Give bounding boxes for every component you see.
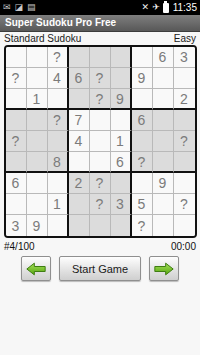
- cell-r2c5[interactable]: ?: [90, 68, 111, 89]
- cell-r5c8[interactable]: [153, 131, 174, 152]
- cell-r6c6[interactable]: 6: [111, 152, 132, 173]
- cell-r3c9[interactable]: 2: [174, 89, 195, 110]
- cell-r7c5[interactable]: ?: [90, 173, 111, 194]
- cell-r2c1[interactable]: ?: [6, 68, 27, 89]
- cell-r4c5[interactable]: [90, 110, 111, 131]
- cell-r5c6[interactable]: 1: [111, 131, 132, 152]
- gallery-icon: ▤: [27, 0, 36, 15]
- cell-r7c3[interactable]: [48, 173, 69, 194]
- airplane-mode-icon: ✈: [152, 0, 160, 15]
- cell-r5c3[interactable]: [48, 131, 69, 152]
- cell-r9c3[interactable]: [48, 215, 69, 236]
- cell-r5c2[interactable]: [27, 131, 48, 152]
- cell-r9c9[interactable]: [174, 215, 195, 236]
- cell-r2c7[interactable]: 9: [132, 68, 153, 89]
- cell-r5c5[interactable]: [90, 131, 111, 152]
- cell-r9c1[interactable]: 3: [6, 215, 27, 236]
- cell-r2c4[interactable]: 6: [69, 68, 90, 89]
- cell-r6c2[interactable]: [27, 152, 48, 173]
- cell-r3c2[interactable]: 1: [27, 89, 48, 110]
- cell-r5c4[interactable]: 4: [69, 131, 90, 152]
- cell-r1c4[interactable]: [69, 47, 90, 68]
- cell-r9c4[interactable]: [69, 215, 90, 236]
- cell-r3c5[interactable]: ?: [90, 89, 111, 110]
- cell-r5c9[interactable]: ?: [174, 131, 195, 152]
- next-puzzle-button[interactable]: [149, 256, 179, 281]
- cell-r4c4[interactable]: 7: [69, 110, 90, 131]
- screenshot-icon: ◪: [15, 0, 24, 15]
- title-bar: Super Sudoku Pro Free: [0, 15, 200, 32]
- cell-r4c7[interactable]: 6: [132, 110, 153, 131]
- cell-r7c1[interactable]: 6: [6, 173, 27, 194]
- cell-r8c5[interactable]: ?: [90, 194, 111, 215]
- cell-r9c7[interactable]: ?: [132, 215, 153, 236]
- cell-r1c8[interactable]: 6: [153, 47, 174, 68]
- app-screen: ✉ ◪ ▤ ✕ ✈ 11:35 Super Sudoku Pro Free St…: [0, 0, 200, 355]
- difficulty-label: Easy: [174, 33, 196, 44]
- cell-r6c1[interactable]: [6, 152, 27, 173]
- cell-r1c5[interactable]: [90, 47, 111, 68]
- cell-r8c1[interactable]: [6, 194, 27, 215]
- puzzle-number: #4/100: [4, 241, 35, 252]
- message-icon: ✉: [3, 0, 11, 15]
- cell-r6c8[interactable]: [153, 152, 174, 173]
- footer-info: #4/100 00:00: [0, 238, 200, 252]
- cell-r1c1[interactable]: [6, 47, 27, 68]
- start-game-button[interactable]: Start Game: [59, 256, 141, 281]
- cell-r1c3[interactable]: ?: [48, 47, 69, 68]
- cell-r6c3[interactable]: 8: [48, 152, 69, 173]
- arrow-right-icon: [154, 262, 174, 276]
- app-title: Super Sudoku Pro Free: [5, 17, 116, 28]
- cell-r1c9[interactable]: 3: [174, 47, 195, 68]
- cell-r3c4[interactable]: [69, 89, 90, 110]
- cell-r4c1[interactable]: [6, 110, 27, 131]
- game-mode-label: Standard Sudoku: [4, 33, 81, 44]
- cell-r4c9[interactable]: [174, 110, 195, 131]
- cell-r2c2[interactable]: [27, 68, 48, 89]
- cell-r6c5[interactable]: [90, 152, 111, 173]
- no-signal-icon: ✕: [142, 0, 150, 15]
- controls: Start Game: [0, 256, 200, 281]
- cell-r8c9[interactable]: ?: [174, 194, 195, 215]
- subheader: Standard Sudoku Easy: [0, 32, 200, 45]
- cell-r5c1[interactable]: ?: [6, 131, 27, 152]
- timer: 00:00: [171, 241, 196, 252]
- status-notifications: ✉ ◪ ▤: [3, 0, 36, 15]
- cell-r8c8[interactable]: [153, 194, 174, 215]
- cell-r3c8[interactable]: [153, 89, 174, 110]
- cell-r6c9[interactable]: [174, 152, 195, 173]
- start-game-label: Start Game: [72, 263, 128, 275]
- cell-r2c9[interactable]: [174, 68, 195, 89]
- cell-r3c1[interactable]: [6, 89, 27, 110]
- cell-r6c7[interactable]: ?: [132, 152, 153, 173]
- cell-r3c3[interactable]: [48, 89, 69, 110]
- cell-r4c3[interactable]: ?: [48, 110, 69, 131]
- cell-r8c3[interactable]: 1: [48, 194, 69, 215]
- sudoku-grid[interactable]: ?63?46?91?92?76?41?86?62?91?35?39?: [4, 45, 197, 238]
- status-clock: 11:35: [173, 2, 197, 13]
- cell-r4c6[interactable]: [111, 110, 132, 131]
- battery-icon: [163, 3, 169, 13]
- previous-puzzle-button[interactable]: [21, 256, 51, 281]
- cell-r3c7[interactable]: [132, 89, 153, 110]
- cell-r9c5[interactable]: [90, 215, 111, 236]
- cell-r1c2[interactable]: [27, 47, 48, 68]
- cell-r7c8[interactable]: 9: [153, 173, 174, 194]
- cell-r8c2[interactable]: [27, 194, 48, 215]
- cell-r1c6[interactable]: [111, 47, 132, 68]
- cell-r9c6[interactable]: [111, 215, 132, 236]
- status-bar: ✉ ◪ ▤ ✕ ✈ 11:35: [0, 0, 200, 15]
- cell-r7c2[interactable]: [27, 173, 48, 194]
- cell-r8c6[interactable]: 3: [111, 194, 132, 215]
- cell-r8c7[interactable]: 5: [132, 194, 153, 215]
- cell-r4c2[interactable]: [27, 110, 48, 131]
- cell-r9c8[interactable]: [153, 215, 174, 236]
- cell-r2c6[interactable]: [111, 68, 132, 89]
- cell-r9c2[interactable]: 9: [27, 215, 48, 236]
- cell-r6c4[interactable]: [69, 152, 90, 173]
- cell-r2c8[interactable]: [153, 68, 174, 89]
- cell-r8c4[interactable]: [69, 194, 90, 215]
- status-system-icons: ✕ ✈ 11:35: [142, 0, 197, 15]
- cell-r4c8[interactable]: [153, 110, 174, 131]
- cell-r1c7[interactable]: [132, 47, 153, 68]
- cell-r7c4[interactable]: 2: [69, 173, 90, 194]
- cell-r2c3[interactable]: 4: [48, 68, 69, 89]
- cell-r5c7[interactable]: [132, 131, 153, 152]
- cell-r3c6[interactable]: 9: [111, 89, 132, 110]
- grid-wrap: ?63?46?91?92?76?41?86?62?91?35?39?: [4, 45, 197, 238]
- arrow-left-icon: [26, 262, 46, 276]
- cell-r7c9[interactable]: [174, 173, 195, 194]
- cell-r7c7[interactable]: [132, 173, 153, 194]
- cell-r7c6[interactable]: [111, 173, 132, 194]
